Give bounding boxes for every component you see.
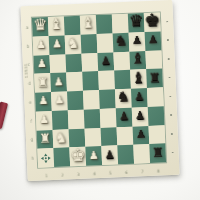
black-pawn-b8[interactable]: ♟ xyxy=(148,34,158,45)
square-h4[interactable]: ♟ xyxy=(85,146,102,165)
square-c3[interactable] xyxy=(65,53,82,72)
file-label-c: c xyxy=(25,55,32,74)
white-pawn-f1[interactable]: ♟ xyxy=(39,114,49,125)
square-b5[interactable] xyxy=(97,33,114,52)
square-h3[interactable]: ♚ xyxy=(69,147,86,166)
square-g8[interactable] xyxy=(149,125,166,144)
rank-label-8: 8 xyxy=(150,168,166,174)
square-g7[interactable]: ♟ xyxy=(133,125,150,144)
white-bishop-a2[interactable]: ♝ xyxy=(49,17,63,33)
square-a3[interactable] xyxy=(64,16,81,35)
white-pawn-h4[interactable]: ♟ xyxy=(89,149,99,160)
square-c4[interactable] xyxy=(81,53,98,72)
square-f6[interactable]: ♟ xyxy=(116,107,133,126)
white-pawn-e2[interactable]: ♟ xyxy=(54,95,64,106)
square-e2[interactable]: ♟ xyxy=(51,91,68,110)
file-label-f: f xyxy=(28,112,35,131)
chess-board: ♛♝♝♛♚♟♟♞♞♟♟♟♟♝♜♟♝♜♟♟♞♟♟♟♟♜♞♟♚♟♟♜ xyxy=(32,12,166,167)
square-d3[interactable] xyxy=(66,72,83,91)
chess-board-mat: 13531 abcdefgh ♛♝♝♛♚♟♟♞♞♟♟♟♟♝♜♟♝♜♟♟♞♟♟♟♟… xyxy=(20,0,179,181)
square-b8[interactable]: ♟ xyxy=(145,31,162,50)
black-king-a8[interactable]: ♚ xyxy=(144,12,160,30)
square-f5[interactable] xyxy=(100,108,117,127)
black-pawn-c5[interactable]: ♟ xyxy=(101,55,111,66)
black-bishop-c7[interactable]: ♝ xyxy=(131,51,145,67)
white-rook-g1[interactable]: ♜ xyxy=(39,131,51,144)
square-e6[interactable]: ♞ xyxy=(115,89,132,108)
four-arrow-cross-logo-icon xyxy=(40,152,51,163)
rank-label-5: 5 xyxy=(102,170,118,176)
white-pawn-d2[interactable]: ♟ xyxy=(53,76,63,87)
square-b1[interactable]: ♟ xyxy=(33,36,50,55)
black-queen-a7[interactable]: ♛ xyxy=(129,13,144,30)
black-knight-b6[interactable]: ♞ xyxy=(114,34,127,49)
square-d4[interactable] xyxy=(82,71,99,90)
square-f1[interactable]: ♟ xyxy=(36,111,53,130)
rank-label-3: 3 xyxy=(70,172,86,178)
square-c8[interactable] xyxy=(145,50,162,69)
square-h1[interactable] xyxy=(37,148,54,167)
square-g4[interactable] xyxy=(85,128,102,147)
file-label-g: g xyxy=(29,130,36,149)
rank-label-1: 1 xyxy=(38,173,54,179)
white-pawn-b1[interactable]: ♟ xyxy=(36,39,46,50)
square-e7[interactable]: ♟ xyxy=(131,88,148,107)
square-d2[interactable]: ♟ xyxy=(50,73,67,92)
square-f7[interactable]: ♟ xyxy=(132,107,149,126)
file-label-b: b xyxy=(25,37,32,56)
right-edge-marks xyxy=(165,12,175,162)
black-bishop-d7[interactable]: ♝ xyxy=(131,70,145,86)
white-king-h3[interactable]: ♚ xyxy=(70,146,86,164)
square-g1[interactable]: ♜ xyxy=(37,130,54,149)
rank-label-4: 4 xyxy=(86,171,102,177)
square-h6[interactable] xyxy=(117,145,134,164)
square-b6[interactable]: ♞ xyxy=(113,33,130,52)
rank-labels-bottom: 12345678 xyxy=(38,168,166,178)
black-pawn-b7[interactable]: ♟ xyxy=(132,35,142,46)
file-label-a: a xyxy=(24,18,31,37)
square-b2[interactable]: ♟ xyxy=(49,35,66,54)
square-a7[interactable]: ♛ xyxy=(128,13,145,32)
white-rook-d1[interactable]: ♜ xyxy=(36,75,48,88)
black-pawn-f7[interactable]: ♟ xyxy=(135,110,145,121)
square-h8[interactable]: ♜ xyxy=(149,144,166,163)
square-a8[interactable]: ♚ xyxy=(144,12,161,31)
square-f8[interactable] xyxy=(148,106,165,125)
file-label-h: h xyxy=(29,149,36,168)
square-e5[interactable] xyxy=(99,89,116,108)
white-pawn-c1[interactable]: ♟ xyxy=(37,58,47,69)
square-c1[interactable]: ♟ xyxy=(33,55,50,74)
file-label-e: e xyxy=(27,93,34,112)
square-a1[interactable]: ♛ xyxy=(32,17,49,36)
square-e1[interactable]: ♟ xyxy=(35,92,52,111)
white-queen-a1[interactable]: ♛ xyxy=(33,17,48,34)
square-a2[interactable]: ♝ xyxy=(48,16,65,35)
white-pawn-e1[interactable]: ♟ xyxy=(38,95,48,106)
rank-label-2: 2 xyxy=(54,172,70,178)
square-d6[interactable] xyxy=(114,70,131,89)
square-h7[interactable] xyxy=(133,144,150,163)
black-rook-h8[interactable]: ♜ xyxy=(152,145,164,158)
square-c6[interactable] xyxy=(113,51,130,70)
square-g6[interactable] xyxy=(117,126,134,145)
square-g5[interactable] xyxy=(101,127,118,146)
square-g2[interactable]: ♞ xyxy=(53,129,70,148)
black-pawn-e7[interactable]: ♟ xyxy=(134,91,144,102)
square-d8[interactable]: ♜ xyxy=(146,69,163,88)
square-h2[interactable] xyxy=(53,148,70,167)
square-c2[interactable] xyxy=(49,54,66,73)
black-knight-e6[interactable]: ♞ xyxy=(117,90,130,105)
square-e4[interactable] xyxy=(83,90,100,109)
rank-label-7: 7 xyxy=(134,169,150,175)
square-f4[interactable] xyxy=(84,109,101,128)
black-pawn-h5[interactable]: ♟ xyxy=(105,149,115,160)
black-pawn-g7[interactable]: ♟ xyxy=(136,129,146,140)
square-h5[interactable]: ♟ xyxy=(101,146,118,165)
rank-label-6: 6 xyxy=(118,170,134,176)
square-c5[interactable]: ♟ xyxy=(97,52,114,71)
square-d1[interactable]: ♜ xyxy=(34,73,51,92)
square-a5[interactable] xyxy=(96,14,113,33)
white-bishop-a4[interactable]: ♝ xyxy=(81,16,95,32)
square-a6[interactable] xyxy=(112,14,129,33)
file-label-d: d xyxy=(26,74,33,93)
square-b4[interactable] xyxy=(81,34,98,53)
square-e3[interactable] xyxy=(67,91,84,110)
photo-backdrop: 13531 abcdefgh ♛♝♝♛♚♟♟♞♞♟♟♟♟♝♜♟♝♜♟♟♞♟♟♟♟… xyxy=(0,0,200,200)
square-f2[interactable] xyxy=(52,110,69,129)
white-knight-g2[interactable]: ♞ xyxy=(54,130,67,145)
white-pawn-b2[interactable]: ♟ xyxy=(52,38,62,49)
square-d7[interactable]: ♝ xyxy=(130,69,147,88)
red-pencil xyxy=(0,101,8,129)
square-f3[interactable] xyxy=(68,109,85,128)
square-e8[interactable] xyxy=(147,87,164,106)
black-pawn-f6[interactable]: ♟ xyxy=(119,111,129,122)
black-rook-d8[interactable]: ♜ xyxy=(148,71,160,84)
white-knight-b3[interactable]: ♞ xyxy=(66,36,79,51)
square-b3[interactable]: ♞ xyxy=(65,35,82,54)
square-a4[interactable]: ♝ xyxy=(80,15,97,34)
square-d5[interactable] xyxy=(98,71,115,90)
